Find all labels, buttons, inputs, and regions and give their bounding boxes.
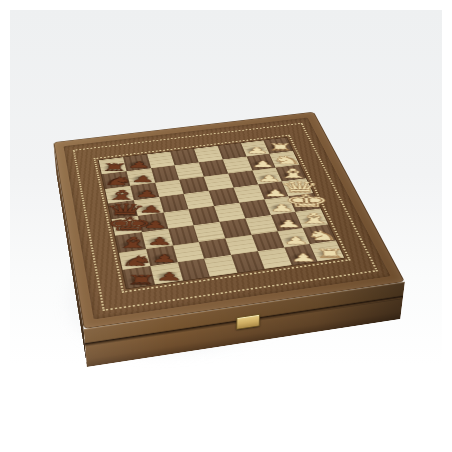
- piece-shadow: [122, 256, 148, 268]
- square-g1[interactable]: ♞: [303, 224, 336, 244]
- square-e5[interactable]: [189, 206, 220, 225]
- square-f7[interactable]: ♟: [142, 229, 173, 249]
- piece-black-pawn[interactable]: ♟: [154, 271, 183, 282]
- piece-shadow: [149, 252, 175, 264]
- piece-white-rook[interactable]: ♜: [267, 142, 295, 151]
- square-h7[interactable]: ♟: [150, 263, 182, 285]
- piece-black-rook[interactable]: ♜: [124, 273, 157, 286]
- square-f8[interactable]: ♝: [115, 232, 146, 252]
- brass-clasp-icon[interactable]: [236, 314, 260, 330]
- piece-white-pawn[interactable]: ♟: [289, 252, 318, 263]
- square-h3[interactable]: [258, 248, 292, 269]
- piece-shadow: [118, 238, 143, 249]
- square-e8[interactable]: ♚: [112, 216, 142, 236]
- piece-white-knight[interactable]: ♞: [271, 155, 303, 166]
- piece-black-pawn[interactable]: ♟: [126, 161, 152, 170]
- piece-black-bishop[interactable]: ♝: [113, 235, 153, 250]
- square-h5[interactable]: [204, 255, 237, 277]
- piece-black-king[interactable]: ♚: [104, 215, 154, 233]
- piece-white-pawn[interactable]: ♟: [282, 235, 310, 246]
- scene: ♜♟♟♜♞♟♟♞♝♟♟♝♛♟♟♛♚♟♟♚♝♟♟♝♞♟♟♞♜♟♟♜: [0, 0, 452, 452]
- piece-black-knight[interactable]: ♞: [118, 254, 155, 268]
- piece-shadow: [153, 269, 180, 281]
- piece-shadow: [145, 235, 170, 246]
- square-f6[interactable]: [168, 225, 199, 245]
- piece-shadow: [281, 234, 307, 245]
- square-b8[interactable]: ♞: [102, 171, 130, 188]
- piece-black-knight[interactable]: ♞: [101, 175, 135, 187]
- square-g6[interactable]: [172, 242, 204, 263]
- piece-shadow: [114, 222, 139, 233]
- square-a8[interactable]: ♜: [99, 157, 127, 174]
- square-h2[interactable]: ♟: [284, 244, 318, 265]
- piece-white-pawn[interactable]: ♟: [245, 146, 270, 154]
- square-f3[interactable]: [245, 215, 277, 235]
- square-h1[interactable]: ♜: [310, 241, 344, 262]
- square-g7[interactable]: ♟: [146, 245, 178, 266]
- piece-shadow: [288, 251, 315, 263]
- square-g5[interactable]: [199, 238, 231, 259]
- piece-black-rook[interactable]: ♜: [100, 162, 129, 172]
- piece-black-pawn[interactable]: ♟: [145, 236, 173, 247]
- square-h4[interactable]: [231, 251, 264, 272]
- square-f4[interactable]: [219, 218, 251, 238]
- piece-shadow: [314, 247, 341, 259]
- square-g8[interactable]: ♞: [119, 249, 150, 270]
- piece-white-pawn[interactable]: ♟: [269, 203, 296, 213]
- square-g4[interactable]: [225, 235, 257, 256]
- piece-white-rook[interactable]: ♜: [314, 247, 347, 259]
- square-h6[interactable]: [177, 259, 210, 281]
- piece-black-pawn[interactable]: ♟: [150, 253, 178, 264]
- piece-shadow: [307, 230, 333, 241]
- square-f5[interactable]: [194, 222, 225, 242]
- piece-white-pawn[interactable]: ♟: [251, 160, 276, 169]
- piece-white-pawn[interactable]: ♟: [276, 219, 304, 229]
- square-g2[interactable]: ♟: [277, 228, 310, 248]
- square-h8[interactable]: ♜: [123, 266, 155, 288]
- piece-shadow: [126, 273, 153, 285]
- piece-white-knight[interactable]: ♞: [304, 229, 340, 242]
- square-g3[interactable]: [251, 231, 284, 251]
